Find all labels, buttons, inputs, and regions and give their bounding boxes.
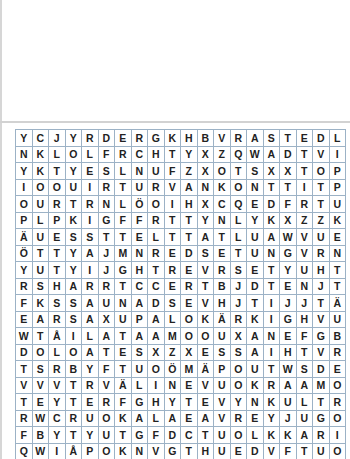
grid-cell[interactable]: G xyxy=(132,427,148,443)
grid-cell[interactable]: Y xyxy=(82,427,98,443)
grid-cell[interactable]: U xyxy=(33,196,49,212)
grid-cell[interactable]: E xyxy=(181,295,197,311)
grid-cell[interactable]: T xyxy=(33,328,49,344)
grid-cell[interactable]: E xyxy=(297,130,313,146)
grid-cell[interactable]: A xyxy=(33,312,49,328)
grid-cell[interactable]: C xyxy=(132,147,148,163)
grid-cell[interactable]: H xyxy=(214,295,230,311)
grid-cell[interactable]: R xyxy=(132,130,148,146)
grid-cell[interactable]: T xyxy=(66,196,82,212)
grid-cell[interactable]: R xyxy=(231,312,247,328)
grid-cell[interactable]: R xyxy=(99,279,115,295)
grid-cell[interactable]: E xyxy=(280,328,296,344)
grid-cell[interactable]: T xyxy=(231,246,247,262)
grid-cell[interactable]: N xyxy=(247,394,263,410)
grid-cell[interactable]: T xyxy=(313,196,329,212)
grid-cell[interactable]: T xyxy=(115,328,131,344)
grid-cell[interactable]: T xyxy=(16,394,32,410)
grid-cell[interactable]: R xyxy=(264,378,280,394)
grid-cell[interactable]: U xyxy=(313,444,329,459)
grid-cell[interactable]: R xyxy=(148,213,164,229)
grid-cell[interactable]: M xyxy=(313,378,329,394)
grid-cell[interactable]: H xyxy=(181,196,197,212)
grid-cell[interactable]: U xyxy=(148,163,164,179)
grid-cell[interactable]: X xyxy=(198,163,214,179)
grid-cell[interactable]: I xyxy=(16,180,32,196)
grid-cell[interactable]: T xyxy=(99,229,115,245)
grid-cell[interactable]: T xyxy=(264,279,280,295)
grid-cell[interactable]: N xyxy=(297,279,313,295)
grid-cell[interactable]: G xyxy=(313,328,329,344)
grid-cell[interactable]: J xyxy=(49,130,65,146)
grid-cell[interactable]: E xyxy=(198,345,214,361)
grid-cell[interactable]: K xyxy=(247,378,263,394)
grid-cell[interactable]: U xyxy=(214,427,230,443)
grid-cell[interactable]: U xyxy=(214,378,230,394)
grid-cell[interactable]: H xyxy=(49,279,65,295)
grid-cell[interactable]: K xyxy=(247,312,263,328)
grid-cell[interactable]: U xyxy=(247,361,263,377)
grid-cell[interactable]: A xyxy=(165,411,181,427)
grid-cell[interactable]: T xyxy=(198,427,214,443)
grid-cell[interactable]: L xyxy=(115,196,131,212)
grid-cell[interactable]: Ä xyxy=(198,361,214,377)
grid-cell[interactable]: T xyxy=(115,229,131,245)
grid-cell[interactable]: M xyxy=(181,361,197,377)
grid-cell[interactable]: L xyxy=(115,163,131,179)
grid-cell[interactable]: V xyxy=(148,444,164,459)
grid-cell[interactable]: S xyxy=(198,246,214,262)
grid-cell[interactable]: T xyxy=(66,378,82,394)
grid-cell[interactable]: W xyxy=(280,361,296,377)
grid-cell[interactable]: I xyxy=(330,427,346,443)
grid-cell[interactable]: A xyxy=(82,312,98,328)
grid-cell[interactable]: H xyxy=(313,262,329,278)
grid-cell[interactable]: A xyxy=(280,378,296,394)
grid-cell[interactable]: Y xyxy=(16,130,32,146)
grid-cell[interactable]: X xyxy=(280,163,296,179)
grid-cell[interactable]: V xyxy=(313,147,329,163)
grid-cell[interactable]: R xyxy=(313,246,329,262)
grid-cell[interactable]: R xyxy=(49,361,65,377)
grid-cell[interactable]: R xyxy=(49,196,65,212)
grid-cell[interactable]: D xyxy=(148,295,164,311)
grid-cell[interactable]: O xyxy=(66,345,82,361)
grid-cell[interactable]: A xyxy=(297,378,313,394)
grid-cell[interactable]: I xyxy=(82,262,98,278)
grid-cell[interactable]: P xyxy=(132,312,148,328)
grid-cell[interactable]: A xyxy=(148,328,164,344)
grid-cell[interactable]: P xyxy=(330,163,346,179)
grid-cell[interactable]: O xyxy=(66,147,82,163)
grid-cell[interactable]: W xyxy=(247,147,263,163)
grid-cell[interactable]: T xyxy=(49,262,65,278)
grid-cell[interactable]: S xyxy=(33,361,49,377)
grid-cell[interactable]: T xyxy=(115,279,131,295)
grid-cell[interactable]: T xyxy=(33,246,49,262)
grid-cell[interactable]: U xyxy=(66,180,82,196)
grid-cell[interactable]: T xyxy=(313,295,329,311)
grid-cell[interactable]: V xyxy=(297,229,313,245)
grid-cell[interactable]: R xyxy=(82,196,98,212)
grid-cell[interactable]: S xyxy=(99,163,115,179)
grid-cell[interactable]: R xyxy=(330,345,346,361)
grid-cell[interactable]: O xyxy=(330,444,346,459)
grid-cell[interactable]: A xyxy=(132,411,148,427)
grid-cell[interactable]: R xyxy=(82,130,98,146)
grid-cell[interactable]: E xyxy=(247,196,263,212)
grid-cell[interactable]: X xyxy=(99,312,115,328)
grid-cell[interactable]: J xyxy=(231,295,247,311)
grid-cell[interactable]: U xyxy=(132,361,148,377)
grid-cell[interactable]: E xyxy=(115,345,131,361)
grid-cell[interactable]: O xyxy=(99,444,115,459)
grid-cell[interactable]: T xyxy=(297,345,313,361)
grid-cell[interactable]: T xyxy=(115,427,131,443)
grid-cell[interactable]: E xyxy=(280,279,296,295)
grid-cell[interactable]: E xyxy=(181,378,197,394)
grid-cell[interactable]: U xyxy=(247,246,263,262)
grid-cell[interactable]: U xyxy=(330,312,346,328)
grid-cell[interactable]: Y xyxy=(247,213,263,229)
grid-cell[interactable]: A xyxy=(297,427,313,443)
grid-cell[interactable]: I xyxy=(297,180,313,196)
grid-cell[interactable]: W xyxy=(33,444,49,459)
grid-cell[interactable]: R xyxy=(115,147,131,163)
grid-cell[interactable]: G xyxy=(115,262,131,278)
grid-cell[interactable]: J xyxy=(99,246,115,262)
grid-cell[interactable]: Ö xyxy=(132,196,148,212)
grid-cell[interactable]: I xyxy=(66,328,82,344)
grid-cell[interactable]: O xyxy=(231,427,247,443)
grid-cell[interactable]: L xyxy=(49,147,65,163)
grid-cell[interactable]: P xyxy=(214,361,230,377)
grid-cell[interactable]: Z xyxy=(165,345,181,361)
grid-cell[interactable]: G xyxy=(148,130,164,146)
grid-cell[interactable]: I xyxy=(264,312,280,328)
grid-cell[interactable]: E xyxy=(198,394,214,410)
grid-cell[interactable]: R xyxy=(231,130,247,146)
grid-cell[interactable]: R xyxy=(82,378,98,394)
grid-cell[interactable]: A xyxy=(264,147,280,163)
grid-cell[interactable]: A xyxy=(264,229,280,245)
grid-cell[interactable]: O xyxy=(181,328,197,344)
grid-cell[interactable]: A xyxy=(247,130,263,146)
grid-cell[interactable]: K xyxy=(33,295,49,311)
grid-cell[interactable]: U xyxy=(214,328,230,344)
grid-cell[interactable]: J xyxy=(99,262,115,278)
grid-cell[interactable]: D xyxy=(165,427,181,443)
grid-cell[interactable]: J xyxy=(313,279,329,295)
grid-cell[interactable]: T xyxy=(181,229,197,245)
grid-cell[interactable]: E xyxy=(82,163,98,179)
grid-cell[interactable]: F xyxy=(115,213,131,229)
grid-cell[interactable]: W xyxy=(280,229,296,245)
grid-cell[interactable]: U xyxy=(297,262,313,278)
grid-cell[interactable]: T xyxy=(49,163,65,179)
grid-cell[interactable]: H xyxy=(132,262,148,278)
grid-cell[interactable]: U xyxy=(330,196,346,212)
grid-cell[interactable]: L xyxy=(49,345,65,361)
grid-cell[interactable]: A xyxy=(198,229,214,245)
grid-cell[interactable]: I xyxy=(264,345,280,361)
grid-cell[interactable]: L xyxy=(231,229,247,245)
grid-cell[interactable]: O xyxy=(313,163,329,179)
grid-cell[interactable]: K xyxy=(66,213,82,229)
grid-cell[interactable]: B xyxy=(214,279,230,295)
grid-cell[interactable]: G xyxy=(280,246,296,262)
grid-cell[interactable]: O xyxy=(330,411,346,427)
grid-cell[interactable]: L xyxy=(330,130,346,146)
grid-cell[interactable]: N xyxy=(132,246,148,262)
grid-cell[interactable]: I xyxy=(330,147,346,163)
grid-cell[interactable]: V xyxy=(313,312,329,328)
grid-cell[interactable]: K xyxy=(115,444,131,459)
grid-cell[interactable]: A xyxy=(82,345,98,361)
grid-cell[interactable]: D xyxy=(247,444,263,459)
grid-cell[interactable]: Ä xyxy=(330,295,346,311)
grid-cell[interactable]: V xyxy=(198,378,214,394)
grid-cell[interactable]: Y xyxy=(231,394,247,410)
grid-cell[interactable]: H xyxy=(198,444,214,459)
grid-cell[interactable]: T xyxy=(280,180,296,196)
grid-cell[interactable]: R xyxy=(148,180,164,196)
grid-cell[interactable]: S xyxy=(247,163,263,179)
grid-cell[interactable]: T xyxy=(214,229,230,245)
grid-cell[interactable]: F xyxy=(16,295,32,311)
grid-cell[interactable]: Z xyxy=(214,147,230,163)
grid-cell[interactable]: T xyxy=(297,163,313,179)
grid-cell[interactable]: J xyxy=(280,411,296,427)
grid-cell[interactable]: C xyxy=(132,279,148,295)
grid-cell[interactable]: P xyxy=(82,444,98,459)
grid-cell[interactable]: O xyxy=(214,163,230,179)
grid-cell[interactable]: U xyxy=(99,427,115,443)
grid-cell[interactable]: T xyxy=(330,279,346,295)
grid-cell[interactable]: V xyxy=(297,246,313,262)
grid-cell[interactable]: E xyxy=(165,246,181,262)
grid-cell[interactable]: H xyxy=(148,394,164,410)
grid-cell[interactable]: V xyxy=(198,295,214,311)
grid-cell[interactable]: O xyxy=(231,378,247,394)
grid-cell[interactable]: T xyxy=(264,180,280,196)
grid-cell[interactable]: Y xyxy=(66,130,82,146)
grid-cell[interactable]: R xyxy=(82,279,98,295)
grid-cell[interactable]: A xyxy=(66,279,82,295)
grid-cell[interactable]: S xyxy=(33,279,49,295)
grid-cell[interactable]: X xyxy=(280,213,296,229)
grid-cell[interactable]: Ä xyxy=(214,312,230,328)
grid-cell[interactable]: U xyxy=(313,229,329,245)
grid-cell[interactable]: F xyxy=(280,444,296,459)
grid-cell[interactable]: Z xyxy=(181,163,197,179)
grid-cell[interactable]: N xyxy=(330,246,346,262)
grid-cell[interactable]: E xyxy=(214,246,230,262)
grid-cell[interactable]: T xyxy=(165,213,181,229)
grid-cell[interactable]: Y xyxy=(16,262,32,278)
grid-cell[interactable]: A xyxy=(82,295,98,311)
grid-cell[interactable]: N xyxy=(264,246,280,262)
grid-cell[interactable]: E xyxy=(247,262,263,278)
grid-cell[interactable]: T xyxy=(16,361,32,377)
grid-cell[interactable]: T xyxy=(148,262,164,278)
grid-cell[interactable]: A xyxy=(247,328,263,344)
grid-cell[interactable]: R xyxy=(148,246,164,262)
grid-cell[interactable]: Q xyxy=(231,147,247,163)
grid-cell[interactable]: E xyxy=(115,130,131,146)
grid-cell[interactable]: O xyxy=(33,345,49,361)
grid-cell[interactable]: K xyxy=(330,213,346,229)
grid-cell[interactable]: V xyxy=(214,411,230,427)
grid-cell[interactable]: R xyxy=(313,427,329,443)
grid-cell[interactable]: C xyxy=(148,279,164,295)
grid-cell[interactable]: D xyxy=(16,345,32,361)
grid-cell[interactable]: K xyxy=(264,394,280,410)
grid-cell[interactable]: F xyxy=(99,361,115,377)
grid-cell[interactable]: R xyxy=(214,262,230,278)
grid-cell[interactable]: R xyxy=(330,394,346,410)
grid-cell[interactable]: P xyxy=(16,213,32,229)
grid-cell[interactable]: V xyxy=(264,444,280,459)
grid-cell[interactable]: Å xyxy=(49,328,65,344)
grid-cell[interactable]: K xyxy=(33,147,49,163)
grid-cell[interactable]: E xyxy=(247,411,263,427)
grid-cell[interactable]: O xyxy=(181,312,197,328)
grid-cell[interactable]: Y xyxy=(165,394,181,410)
grid-cell[interactable]: T xyxy=(264,361,280,377)
grid-cell[interactable]: V xyxy=(49,378,65,394)
grid-cell[interactable]: T xyxy=(115,361,131,377)
grid-cell[interactable]: L xyxy=(82,328,98,344)
grid-cell[interactable]: V xyxy=(313,345,329,361)
grid-cell[interactable]: U xyxy=(132,180,148,196)
grid-cell[interactable]: T xyxy=(66,394,82,410)
grid-cell[interactable]: J xyxy=(231,279,247,295)
grid-cell[interactable]: N xyxy=(132,163,148,179)
grid-cell[interactable]: P xyxy=(49,213,65,229)
grid-cell[interactable]: Y xyxy=(181,147,197,163)
grid-cell[interactable]: M xyxy=(115,246,131,262)
grid-cell[interactable]: T xyxy=(115,180,131,196)
grid-cell[interactable]: T xyxy=(297,147,313,163)
grid-cell[interactable]: D xyxy=(313,130,329,146)
grid-cell[interactable]: T xyxy=(313,180,329,196)
grid-cell[interactable]: N xyxy=(264,328,280,344)
grid-cell[interactable]: J xyxy=(297,295,313,311)
grid-cell[interactable]: E xyxy=(132,229,148,245)
grid-cell[interactable]: Ö xyxy=(16,246,32,262)
grid-cell[interactable]: T xyxy=(181,394,197,410)
grid-cell[interactable]: K xyxy=(165,130,181,146)
grid-cell[interactable]: S xyxy=(66,229,82,245)
grid-cell[interactable]: W xyxy=(16,328,32,344)
grid-cell[interactable]: I xyxy=(82,213,98,229)
grid-cell[interactable]: R xyxy=(297,196,313,212)
grid-cell[interactable]: G xyxy=(132,394,148,410)
grid-cell[interactable]: R xyxy=(16,279,32,295)
grid-cell[interactable]: Y xyxy=(49,394,65,410)
grid-cell[interactable]: O xyxy=(231,180,247,196)
grid-cell[interactable]: G xyxy=(280,312,296,328)
grid-cell[interactable]: S xyxy=(82,229,98,245)
grid-cell[interactable]: Q xyxy=(16,444,32,459)
grid-cell[interactable]: U xyxy=(82,411,98,427)
grid-cell[interactable]: B xyxy=(198,130,214,146)
grid-cell[interactable]: H xyxy=(297,312,313,328)
grid-cell[interactable]: T xyxy=(49,246,65,262)
grid-cell[interactable]: E xyxy=(33,394,49,410)
grid-cell[interactable]: C xyxy=(33,130,49,146)
grid-cell[interactable]: C xyxy=(214,196,230,212)
grid-cell[interactable]: F xyxy=(165,163,181,179)
grid-cell[interactable]: Ä xyxy=(115,378,131,394)
grid-cell[interactable]: C xyxy=(49,411,65,427)
grid-cell[interactable]: G xyxy=(99,213,115,229)
grid-cell[interactable]: F xyxy=(148,427,164,443)
grid-cell[interactable]: O xyxy=(198,328,214,344)
grid-cell[interactable]: X xyxy=(198,147,214,163)
grid-cell[interactable]: D xyxy=(264,196,280,212)
grid-cell[interactable]: V xyxy=(16,378,32,394)
grid-cell[interactable]: H xyxy=(148,147,164,163)
grid-cell[interactable]: S xyxy=(165,295,181,311)
grid-cell[interactable]: U xyxy=(214,444,230,459)
grid-cell[interactable]: L xyxy=(132,378,148,394)
grid-cell[interactable]: T xyxy=(280,130,296,146)
grid-cell[interactable]: T xyxy=(297,444,313,459)
grid-cell[interactable]: K xyxy=(264,213,280,229)
grid-cell[interactable]: X xyxy=(231,328,247,344)
grid-cell[interactable]: A xyxy=(132,295,148,311)
grid-cell[interactable]: K xyxy=(280,427,296,443)
grid-cell[interactable]: I xyxy=(165,196,181,212)
grid-cell[interactable]: Y xyxy=(66,246,82,262)
grid-cell[interactable]: F xyxy=(280,196,296,212)
grid-cell[interactable]: L xyxy=(82,147,98,163)
grid-cell[interactable]: Y xyxy=(66,163,82,179)
grid-cell[interactable]: C xyxy=(181,427,197,443)
grid-cell[interactable]: U xyxy=(33,262,49,278)
grid-cell[interactable]: R xyxy=(165,262,181,278)
grid-cell[interactable]: R xyxy=(66,411,82,427)
grid-cell[interactable]: N xyxy=(115,295,131,311)
grid-cell[interactable]: E xyxy=(82,394,98,410)
grid-cell[interactable]: S xyxy=(214,345,230,361)
grid-cell[interactable]: D xyxy=(280,147,296,163)
grid-cell[interactable]: R xyxy=(49,312,65,328)
grid-cell[interactable]: V xyxy=(214,130,230,146)
grid-cell[interactable]: E xyxy=(49,229,65,245)
grid-cell[interactable]: T xyxy=(66,427,82,443)
grid-cell[interactable]: W xyxy=(33,411,49,427)
grid-cell[interactable]: E xyxy=(330,361,346,377)
grid-cell[interactable]: U xyxy=(280,394,296,410)
grid-cell[interactable]: S xyxy=(297,361,313,377)
grid-cell[interactable]: N xyxy=(165,378,181,394)
grid-cell[interactable]: U xyxy=(99,295,115,311)
grid-cell[interactable]: R xyxy=(16,411,32,427)
grid-cell[interactable]: E xyxy=(181,411,197,427)
grid-cell[interactable]: K xyxy=(198,312,214,328)
grid-cell[interactable]: T xyxy=(231,163,247,179)
grid-cell[interactable]: R xyxy=(181,279,197,295)
grid-cell[interactable]: S xyxy=(231,345,247,361)
grid-cell[interactable]: T xyxy=(181,444,197,459)
grid-cell[interactable]: U xyxy=(33,229,49,245)
grid-cell[interactable]: O xyxy=(148,196,164,212)
grid-cell[interactable]: T xyxy=(165,229,181,245)
grid-cell[interactable]: E xyxy=(231,444,247,459)
